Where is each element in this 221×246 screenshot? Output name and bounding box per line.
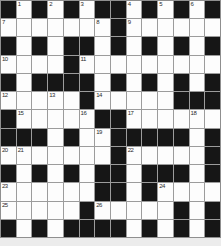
black-cell [1, 1, 16, 18]
black-cell [64, 220, 79, 237]
white-cell[interactable] [95, 147, 110, 164]
clue-number: 15 [18, 110, 24, 117]
white-cell[interactable] [142, 92, 157, 109]
white-cell[interactable] [190, 19, 205, 36]
white-cell[interactable] [142, 56, 157, 73]
white-cell[interactable] [127, 220, 142, 237]
white-cell[interactable] [174, 147, 189, 164]
black-cell [111, 74, 126, 91]
white-cell[interactable] [32, 56, 47, 73]
white-cell[interactable] [17, 183, 32, 200]
white-cell[interactable]: 8 [95, 19, 110, 36]
black-cell [32, 1, 47, 18]
black-cell [111, 129, 126, 146]
black-cell [1, 129, 16, 146]
white-cell[interactable] [158, 220, 173, 237]
clue-number: 19 [96, 129, 102, 136]
white-cell[interactable] [142, 202, 157, 219]
white-cell[interactable] [174, 110, 189, 127]
black-cell [17, 129, 32, 146]
black-cell [95, 183, 110, 200]
black-cell [158, 165, 173, 182]
black-cell [111, 19, 126, 36]
black-cell [205, 129, 220, 146]
white-cell[interactable] [190, 147, 205, 164]
clue-number: 9 [128, 19, 131, 26]
white-cell[interactable] [127, 92, 142, 109]
white-cell[interactable]: 15 [17, 110, 32, 127]
white-cell[interactable] [158, 92, 173, 109]
clue-number: 17 [128, 110, 134, 117]
white-cell[interactable] [190, 220, 205, 237]
white-cell[interactable] [158, 56, 173, 73]
black-cell [80, 37, 95, 54]
white-cell[interactable] [174, 19, 189, 36]
white-cell[interactable] [142, 110, 157, 127]
black-cell [205, 202, 220, 219]
clue-number: 13 [49, 92, 55, 99]
white-cell[interactable]: 13 [48, 92, 63, 109]
black-cell [158, 129, 173, 146]
white-cell[interactable] [127, 74, 142, 91]
white-cell[interactable] [95, 37, 110, 54]
black-cell [205, 1, 220, 18]
white-cell[interactable] [95, 74, 110, 91]
white-cell[interactable] [48, 19, 63, 36]
clue-number: 1 [18, 1, 21, 8]
white-cell[interactable] [64, 92, 79, 109]
black-cell [111, 183, 126, 200]
white-cell[interactable]: 9 [127, 19, 142, 36]
white-cell[interactable] [32, 19, 47, 36]
white-cell[interactable] [48, 202, 63, 219]
white-cell[interactable] [190, 129, 205, 146]
black-cell [142, 37, 157, 54]
black-cell [190, 92, 205, 109]
black-cell [205, 147, 220, 164]
white-cell[interactable] [17, 220, 32, 237]
white-cell[interactable] [127, 56, 142, 73]
white-cell[interactable] [32, 147, 47, 164]
clue-number: 22 [128, 147, 134, 154]
black-cell [95, 1, 110, 18]
black-cell [174, 165, 189, 182]
black-cell [80, 202, 95, 219]
white-cell[interactable]: 26 [95, 202, 110, 219]
black-cell [1, 220, 16, 237]
white-cell[interactable] [32, 183, 47, 200]
white-cell[interactable] [80, 183, 95, 200]
white-cell[interactable] [158, 19, 173, 36]
white-cell[interactable]: 22 [127, 147, 142, 164]
black-cell [1, 37, 16, 54]
black-cell [111, 1, 126, 18]
black-cell [32, 129, 47, 146]
white-cell[interactable] [158, 74, 173, 91]
white-cell[interactable]: 21 [17, 147, 32, 164]
white-cell[interactable] [17, 165, 32, 182]
black-cell [174, 220, 189, 237]
crossword-grid: 1234567891011121314151617181920212223242… [0, 0, 221, 238]
white-cell[interactable] [158, 37, 173, 54]
white-cell[interactable] [17, 37, 32, 54]
clue-number: 20 [2, 147, 8, 154]
white-cell[interactable] [190, 165, 205, 182]
white-cell[interactable] [111, 92, 126, 109]
white-cell[interactable]: 6 [190, 1, 205, 18]
white-cell[interactable] [17, 92, 32, 109]
clue-number: 2 [49, 1, 52, 8]
white-cell[interactable]: 16 [80, 110, 95, 127]
black-cell [64, 37, 79, 54]
black-cell [174, 129, 189, 146]
black-cell [111, 220, 126, 237]
clue-number: 8 [96, 19, 99, 26]
black-cell [127, 129, 142, 146]
white-cell[interactable] [64, 202, 79, 219]
black-cell [111, 165, 126, 182]
white-cell[interactable]: 23 [1, 183, 16, 200]
white-cell[interactable] [48, 220, 63, 237]
white-cell[interactable] [127, 183, 142, 200]
black-cell [174, 202, 189, 219]
clue-number: 26 [96, 202, 102, 209]
clue-number: 11 [81, 56, 86, 63]
white-cell[interactable] [190, 202, 205, 219]
black-cell [48, 74, 63, 91]
black-cell [64, 129, 79, 146]
black-cell [142, 220, 157, 237]
clue-number: 23 [2, 183, 8, 190]
white-cell[interactable] [80, 165, 95, 182]
black-cell [32, 37, 47, 54]
clue-number: 6 [191, 1, 194, 8]
white-cell[interactable]: 1 [17, 1, 32, 18]
white-cell[interactable] [32, 110, 47, 127]
black-cell [111, 37, 126, 54]
white-cell[interactable]: 11 [80, 56, 95, 73]
white-cell[interactable]: 19 [95, 129, 110, 146]
clue-number: 14 [96, 92, 102, 99]
white-cell[interactable] [17, 202, 32, 219]
white-cell[interactable] [158, 110, 173, 127]
clue-number: 16 [81, 110, 87, 117]
black-cell [1, 110, 16, 127]
clue-number: 21 [18, 147, 24, 154]
black-cell [80, 74, 95, 91]
black-cell [142, 183, 157, 200]
black-cell [205, 74, 220, 91]
black-cell [64, 165, 79, 182]
black-cell [111, 110, 126, 127]
white-cell[interactable] [142, 147, 157, 164]
white-cell[interactable] [190, 183, 205, 200]
bottom-margin [0, 238, 221, 246]
white-cell[interactable] [174, 183, 189, 200]
white-cell[interactable] [111, 202, 126, 219]
white-cell[interactable]: 10 [1, 56, 16, 73]
black-cell [32, 165, 47, 182]
white-cell[interactable] [48, 183, 63, 200]
white-cell[interactable] [64, 110, 79, 127]
white-cell[interactable] [142, 19, 157, 36]
white-cell[interactable] [158, 202, 173, 219]
black-cell [142, 74, 157, 91]
white-cell[interactable] [127, 165, 142, 182]
white-cell[interactable]: 4 [127, 1, 142, 18]
white-cell[interactable] [32, 92, 47, 109]
clue-number: 3 [81, 1, 84, 8]
white-cell[interactable] [48, 129, 63, 146]
white-cell[interactable] [17, 74, 32, 91]
black-cell [80, 92, 95, 109]
black-cell [1, 74, 16, 91]
white-cell[interactable] [80, 129, 95, 146]
black-cell [64, 56, 79, 73]
black-cell [32, 220, 47, 237]
white-cell[interactable] [127, 202, 142, 219]
black-cell [174, 74, 189, 91]
white-cell[interactable] [17, 19, 32, 36]
black-cell [142, 165, 157, 182]
white-cell[interactable]: 18 [190, 110, 205, 127]
clue-number: 12 [2, 92, 8, 99]
white-cell[interactable] [190, 74, 205, 91]
black-cell [80, 220, 95, 237]
white-cell[interactable]: 17 [127, 110, 142, 127]
white-cell[interactable] [205, 56, 220, 73]
white-cell[interactable]: 25 [1, 202, 16, 219]
black-cell [174, 92, 189, 109]
white-cell[interactable]: 7 [1, 19, 16, 36]
clue-number: 24 [159, 183, 165, 190]
black-cell [142, 1, 157, 18]
white-cell[interactable] [64, 147, 79, 164]
white-cell[interactable] [174, 56, 189, 73]
white-cell[interactable]: 20 [1, 147, 16, 164]
black-cell [95, 220, 110, 237]
white-cell[interactable] [64, 183, 79, 200]
black-cell [142, 129, 157, 146]
white-cell[interactable]: 14 [95, 92, 110, 109]
black-cell [95, 165, 110, 182]
white-cell[interactable] [32, 202, 47, 219]
clue-number: 5 [159, 1, 162, 8]
white-cell[interactable]: 3 [80, 1, 95, 18]
white-cell[interactable] [205, 183, 220, 200]
white-cell[interactable] [158, 147, 173, 164]
black-cell [1, 165, 16, 182]
white-cell[interactable] [111, 56, 126, 73]
black-cell [174, 37, 189, 54]
white-cell[interactable] [190, 56, 205, 73]
white-cell[interactable] [127, 37, 142, 54]
clue-number: 4 [128, 1, 131, 8]
white-cell[interactable] [205, 110, 220, 127]
black-cell [174, 1, 189, 18]
black-cell [64, 74, 79, 91]
clue-number: 7 [2, 19, 5, 26]
white-cell[interactable] [80, 19, 95, 36]
white-cell[interactable] [48, 110, 63, 127]
white-cell[interactable] [80, 147, 95, 164]
clue-number: 18 [191, 110, 197, 117]
black-cell [205, 165, 220, 182]
clue-number: 25 [2, 202, 8, 209]
white-cell[interactable]: 2 [48, 1, 63, 18]
white-cell[interactable] [64, 19, 79, 36]
white-cell[interactable]: 24 [158, 183, 173, 200]
white-cell[interactable] [48, 56, 63, 73]
black-cell [64, 1, 79, 18]
black-cell [111, 147, 126, 164]
black-cell [205, 37, 220, 54]
white-cell[interactable] [48, 37, 63, 54]
black-cell [95, 110, 110, 127]
white-cell[interactable] [95, 56, 110, 73]
black-cell [32, 74, 47, 91]
clue-number: 10 [2, 56, 8, 63]
white-cell[interactable]: 12 [1, 92, 16, 109]
white-cell[interactable] [17, 56, 32, 73]
white-cell[interactable] [205, 19, 220, 36]
black-cell [205, 220, 220, 237]
white-cell[interactable] [48, 165, 63, 182]
black-cell [205, 92, 220, 109]
white-cell[interactable] [48, 147, 63, 164]
white-cell[interactable]: 5 [158, 1, 173, 18]
white-cell[interactable] [190, 37, 205, 54]
